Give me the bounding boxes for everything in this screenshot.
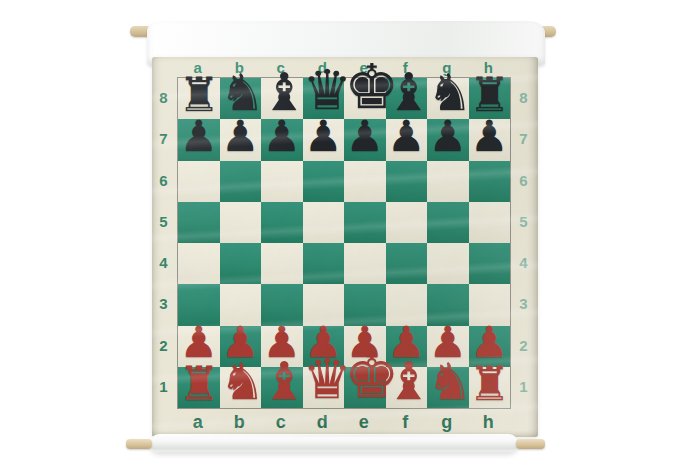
- square-b6[interactable]: [220, 161, 262, 202]
- square-g7[interactable]: ♟: [427, 119, 469, 160]
- square-h6[interactable]: [469, 161, 511, 202]
- piece-black-pawn-g7[interactable]: ♟: [427, 115, 469, 158]
- square-e4[interactable]: [344, 243, 386, 284]
- piece-red-rook-a1[interactable]: ♜: [178, 360, 220, 407]
- square-g1[interactable]: ♞: [427, 367, 469, 408]
- square-e1[interactable]: ♚: [344, 367, 386, 408]
- square-e7[interactable]: ♟: [344, 119, 386, 160]
- file-label-bottom-d: d: [302, 409, 344, 435]
- square-e6[interactable]: [344, 161, 386, 202]
- piece-red-rook-h1[interactable]: ♜: [469, 360, 511, 407]
- photo-background: abcdefgh 87654321 87654321 abcdefgh ♜♞♝♛…: [0, 0, 700, 475]
- piece-black-pawn-e7[interactable]: ♟: [344, 115, 386, 158]
- file-label-bottom-a: a: [177, 409, 219, 435]
- rank-label-left-2: 2: [151, 325, 176, 366]
- rank-label-left-8: 8: [151, 77, 176, 118]
- square-c4[interactable]: [261, 243, 303, 284]
- piece-black-pawn-a7[interactable]: ♟: [178, 115, 220, 158]
- square-b4[interactable]: [220, 243, 262, 284]
- piece-red-bishop-c1[interactable]: ♝: [261, 355, 303, 407]
- rank-label-right-3: 3: [510, 283, 537, 324]
- rank-label-left-6: 6: [151, 160, 176, 201]
- rank-labels-right: 87654321: [510, 77, 537, 407]
- piece-black-king-e8[interactable]: ♚: [344, 56, 386, 118]
- square-h1[interactable]: ♜: [469, 367, 511, 408]
- rank-label-left-1: 1: [151, 366, 176, 407]
- square-a6[interactable]: [178, 161, 220, 202]
- square-g6[interactable]: [427, 161, 469, 202]
- rank-label-left-3: 3: [151, 283, 176, 324]
- file-label-bottom-e: e: [343, 409, 385, 435]
- bottom-roll-tube: [150, 434, 518, 452]
- square-f1[interactable]: ♝: [386, 367, 428, 408]
- square-b1[interactable]: ♞: [220, 367, 262, 408]
- rank-label-right-6: 6: [510, 160, 537, 201]
- file-labels-bottom: abcdefgh: [177, 409, 509, 435]
- square-f5[interactable]: [386, 202, 428, 243]
- file-label-bottom-f: f: [385, 409, 427, 435]
- piece-red-knight-b1[interactable]: ♞: [220, 356, 262, 407]
- square-a5[interactable]: [178, 202, 220, 243]
- piece-black-pawn-c7[interactable]: ♟: [261, 115, 303, 158]
- piece-red-king-e1[interactable]: ♚: [344, 345, 386, 407]
- rank-label-right-4: 4: [510, 242, 537, 283]
- square-c6[interactable]: [261, 161, 303, 202]
- piece-red-queen-d1[interactable]: ♛: [303, 352, 345, 407]
- piece-black-pawn-f7[interactable]: ♟: [386, 115, 428, 158]
- file-label-bottom-b: b: [219, 409, 261, 435]
- square-d4[interactable]: [303, 243, 345, 284]
- square-g4[interactable]: [427, 243, 469, 284]
- square-h5[interactable]: [469, 202, 511, 243]
- file-label-bottom-g: g: [426, 409, 468, 435]
- square-d5[interactable]: [303, 202, 345, 243]
- file-label-bottom-h: h: [468, 409, 510, 435]
- bottom-dowel-right-tip: [516, 439, 545, 449]
- rank-label-right-1: 1: [510, 366, 537, 407]
- file-label-bottom-c: c: [260, 409, 302, 435]
- square-a4[interactable]: [178, 243, 220, 284]
- square-d1[interactable]: ♛: [303, 367, 345, 408]
- square-d7[interactable]: ♟: [303, 119, 345, 160]
- square-f4[interactable]: [386, 243, 428, 284]
- chess-board: ♜♞♝♛♚♝♞♜♟♟♟♟♟♟♟♟♟♟♟♟♟♟♟♟♜♞♝♛♚♝♞♜: [177, 77, 511, 409]
- rank-labels-left: 87654321: [151, 77, 176, 407]
- rank-label-right-2: 2: [510, 325, 537, 366]
- square-c1[interactable]: ♝: [261, 367, 303, 408]
- rank-label-right-5: 5: [510, 201, 537, 242]
- bottom-dowel-left-tip: [126, 439, 152, 449]
- piece-black-queen-d8[interactable]: ♛: [303, 63, 345, 118]
- piece-red-knight-g1[interactable]: ♞: [427, 356, 469, 407]
- rank-label-right-7: 7: [510, 118, 537, 159]
- square-a1[interactable]: ♜: [178, 367, 220, 408]
- square-a7[interactable]: ♟: [178, 119, 220, 160]
- square-b7[interactable]: ♟: [220, 119, 262, 160]
- square-c7[interactable]: ♟: [261, 119, 303, 160]
- square-f7[interactable]: ♟: [386, 119, 428, 160]
- rank-label-left-4: 4: [151, 242, 176, 283]
- square-f6[interactable]: [386, 161, 428, 202]
- square-b5[interactable]: [220, 202, 262, 243]
- rank-label-left-5: 5: [151, 201, 176, 242]
- square-h4[interactable]: [469, 243, 511, 284]
- piece-black-pawn-h7[interactable]: ♟: [469, 115, 511, 158]
- piece-red-bishop-f1[interactable]: ♝: [386, 355, 428, 407]
- piece-black-pawn-b7[interactable]: ♟: [220, 115, 262, 158]
- rank-label-left-7: 7: [151, 118, 176, 159]
- rank-label-right-8: 8: [510, 77, 537, 118]
- square-g5[interactable]: [427, 202, 469, 243]
- square-h7[interactable]: ♟: [469, 119, 511, 160]
- square-c5[interactable]: [261, 202, 303, 243]
- square-d6[interactable]: [303, 161, 345, 202]
- piece-black-pawn-d7[interactable]: ♟: [303, 115, 345, 158]
- square-e5[interactable]: [344, 202, 386, 243]
